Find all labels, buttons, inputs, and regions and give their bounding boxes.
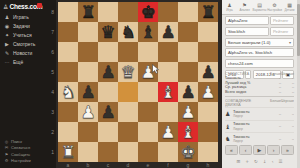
file-label-e: e [138, 162, 158, 168]
square-b7[interactable] [78, 22, 98, 42]
jump-to-end-button[interactable]: » [281, 145, 294, 155]
square-h1[interactable] [198, 142, 218, 162]
stat-white-value: – [268, 90, 281, 94]
square-c5[interactable]: ♟ [98, 62, 118, 82]
square-a2[interactable] [58, 122, 78, 142]
panel-scrollbar[interactable] [297, 0, 300, 168]
engine-row-sub: Лидер [233, 139, 268, 143]
piece-white-pawn-b3[interactable]: ♟ [80, 102, 95, 122]
file-label-a: a [58, 162, 78, 168]
logo-pawn-icon: ♙ [3, 3, 8, 10]
piece-white-queen-d5[interactable]: ♛ [120, 62, 135, 82]
stats-row-Всего ходов: Всего ходов–– [225, 90, 294, 95]
Сообщить-icon: ⚑ [4, 152, 9, 157]
square-c8[interactable] [98, 2, 118, 22]
square-h5[interactable]: ♟ [198, 62, 218, 82]
square-d8[interactable] [118, 2, 138, 22]
sidebar-item-label: Учиться [13, 32, 32, 38]
rank-label-4: 4 [40, 82, 56, 102]
square-c1[interactable] [98, 142, 118, 162]
stats-row-Ср. разница: Ср. разница–– [225, 85, 294, 90]
stats-row-Точность: Точность–– [225, 76, 294, 81]
piece-black-pawn-c3[interactable]: ♟ [100, 102, 115, 122]
rank-label-5: 5 [40, 62, 56, 82]
stat-black-value: – [281, 81, 294, 85]
square-h6[interactable] [198, 42, 218, 62]
square-g1[interactable]: ♚ [178, 142, 198, 162]
piece-black-pawn-b4[interactable]: ♟ [80, 82, 95, 102]
square-h3[interactable] [198, 102, 218, 122]
site-input[interactable]: chess24.com [225, 59, 294, 68]
piece-black-pawn-f7[interactable]: ♟ [160, 22, 175, 42]
square-e4[interactable] [138, 82, 158, 102]
square-d7[interactable]: ♞ [118, 22, 138, 42]
sidebar-footer-label: Настройки [11, 158, 31, 163]
stat-label: Ср. разница [225, 85, 268, 89]
square-a5[interactable] [58, 62, 78, 82]
black-rating-input[interactable]: Рейтинг [270, 27, 294, 36]
sidebar-item-label: Новости [13, 50, 32, 56]
square-b8[interactable]: ♜ [78, 2, 98, 22]
engine-black-value: – [281, 137, 294, 141]
square-g2[interactable]: ♝ [178, 122, 198, 142]
sidebar-item-label: Ещё [13, 59, 23, 65]
square-g3[interactable]: ♟ [178, 102, 198, 122]
square-c4[interactable] [98, 82, 118, 102]
tab-label: Игра [226, 8, 233, 12]
square-e7[interactable]: ♝ [138, 22, 158, 42]
square-c6[interactable] [98, 42, 118, 62]
chevron-down-icon: ▾ [289, 40, 291, 45]
mouse-cursor [152, 60, 159, 78]
rank-label-2: 2 [40, 122, 56, 142]
stat-white-value: – [268, 85, 281, 89]
tab-Игра[interactable]: ♟Игра [222, 0, 237, 14]
Учиться-icon: ✦ [4, 32, 10, 38]
square-c7[interactable]: ♛ [98, 22, 118, 42]
file-label-g: g [178, 162, 198, 168]
piece-black-bishop-e7[interactable]: ♝ [140, 22, 155, 42]
file-label-h: h [198, 162, 218, 168]
engine-row-sub: Лидер [233, 114, 268, 118]
stat-white-value: – [268, 81, 281, 85]
piece-white-pawn-h4[interactable]: ♟ [200, 82, 215, 102]
event-input[interactable]: AlphaZero vs. Stockfish [225, 48, 294, 57]
square-f8[interactable] [158, 2, 178, 22]
stat-label: Лучший ход % [225, 81, 268, 85]
rank-label-8: 8 [40, 2, 56, 22]
square-e3[interactable] [138, 102, 158, 122]
square-b6[interactable] [78, 42, 98, 62]
white-rating-input[interactable]: Рейтинг [270, 16, 294, 25]
square-h7[interactable] [198, 22, 218, 42]
square-f3[interactable] [158, 102, 178, 122]
stat-black-value: – [281, 76, 294, 80]
square-h4[interactable]: ♟ [198, 82, 218, 102]
piece-black-pawn-h5[interactable]: ♟ [200, 62, 215, 82]
engines-col-white: Белые [268, 99, 281, 103]
share-icon[interactable]: ‹ [272, 159, 274, 164]
rank-label-3: 3 [40, 102, 56, 122]
sidebar-footer-label: Поиск [11, 139, 22, 144]
result-dropdown[interactable]: Белые выиграли (1-0) ▾ [225, 38, 294, 47]
square-a7[interactable] [58, 22, 78, 42]
square-d5[interactable]: ♛ [118, 62, 138, 82]
engine-white-value: – [268, 124, 281, 128]
square-d3[interactable] [118, 102, 138, 122]
scrollbar-thumb[interactable] [297, 4, 300, 56]
engine-row-1[interactable]: ♝ТочностьЛидер–– [225, 120, 294, 133]
piece-black-king-e8[interactable]: ♚ [140, 2, 155, 22]
square-f2[interactable]: ♟ [158, 122, 178, 142]
piece-white-bishop-f4[interactable]: ♝ [160, 82, 175, 102]
square-b4[interactable]: ♟ [78, 82, 98, 102]
square-a8[interactable] [58, 2, 78, 22]
square-b2[interactable] [78, 122, 98, 142]
reset-icon[interactable]: ↻ [254, 159, 258, 164]
square-d6[interactable] [118, 42, 138, 62]
square-f1[interactable] [158, 142, 178, 162]
square-a3[interactable] [58, 102, 78, 122]
stat-label: Всего ходов [225, 90, 268, 94]
stats-row-Лучший ход %: Лучший ход %–– [225, 81, 294, 86]
stat-black-value: – [281, 85, 294, 89]
piece-white-pawn-f2[interactable]: ♟ [160, 122, 175, 142]
piece-black-knight-d7[interactable]: ♞ [120, 22, 135, 42]
sidebar-item-label: Задачи [13, 23, 30, 29]
engine-white-value: – [268, 137, 281, 141]
step-back-button[interactable]: ‹ [239, 145, 252, 155]
rank-label-6: 6 [40, 42, 56, 62]
piece-white-pawn-g3[interactable]: ♟ [180, 102, 195, 122]
piece-black-queen-c7[interactable]: ♛ [100, 22, 115, 42]
tab-label: Анализ [239, 8, 249, 12]
engine-row-0[interactable]: ♟ТочностьЛидер–– [225, 107, 294, 120]
black-player-input[interactable]: Stockfish [225, 27, 269, 36]
Смотреть-icon: ▶ [4, 41, 10, 47]
Поиск-icon: ◎ [4, 139, 9, 144]
tab-Анализ[interactable]: ⚑Анализ [237, 0, 252, 14]
Новости-icon: ✎ [4, 50, 10, 56]
flip-board-icon[interactable]: ⊞ [237, 159, 241, 164]
Задачи-icon: ◉ [4, 23, 10, 29]
square-g7[interactable] [178, 22, 198, 42]
chesscom-analysis-window: ♙ Chess.com ♟Играть◉Задачи✦Учиться▶Смотр… [0, 0, 300, 168]
square-b3[interactable]: ♟ [78, 102, 98, 122]
Играть-icon: ♟ [4, 14, 10, 20]
engine-black-value: – [281, 112, 294, 116]
square-a4[interactable]: ♞ [58, 82, 78, 102]
tab-label: Варианты [253, 8, 267, 12]
white-player-input[interactable]: AlphaZero [225, 16, 269, 25]
rank-label-1: 1 [40, 142, 56, 162]
result-value: Белые выиграли (1-0) [228, 40, 270, 45]
tab-label: Детали [284, 8, 294, 12]
engine-match-section: СОВПАДЕНИЕ ДВИЖКА Белые Чёрные ♟Точность… [225, 99, 294, 143]
tab-Настройки[interactable]: ⚙Настройки [267, 0, 282, 14]
menu-icon[interactable]: ☰ [278, 159, 282, 164]
piece-black-rook-h8[interactable]: ♜ [200, 2, 215, 22]
piece-icon: ♟ [225, 110, 233, 117]
square-g8[interactable] [178, 2, 198, 22]
piece-black-pawn-c5[interactable]: ♟ [100, 62, 115, 82]
add-icon[interactable]: + [245, 159, 249, 164]
Настройки-icon: ⚙ [4, 158, 9, 163]
square-a1[interactable]: ♜ [58, 142, 78, 162]
step-forward-button[interactable]: › [267, 145, 280, 155]
engine-black-value: – [281, 124, 294, 128]
engine-row-2[interactable]: ♞ТочностьЛидер–– [225, 132, 294, 143]
file-label-b: b [78, 162, 98, 168]
Связаться-icon: ✉ [4, 145, 9, 150]
square-g5[interactable] [178, 62, 198, 82]
tab-Детали[interactable]: ▦Детали [282, 0, 297, 14]
piece-white-knight-a4[interactable]: ♞ [60, 82, 75, 102]
square-b1[interactable] [78, 142, 98, 162]
square-f5[interactable] [158, 62, 178, 82]
piece-white-king-g1[interactable]: ♚ [180, 142, 195, 162]
piece-black-pawn-g4[interactable]: ♟ [180, 82, 195, 102]
panel-toolbar: ⊞+↻↓‹☰ [225, 157, 294, 165]
square-a6[interactable] [58, 42, 78, 62]
stat-label: Точность [225, 76, 268, 80]
square-c3[interactable]: ♟ [98, 102, 118, 122]
square-f7[interactable]: ♟ [158, 22, 178, 42]
play-button[interactable]: ▶ [253, 145, 266, 155]
tab-Варианты[interactable]: ▤Варианты [252, 0, 267, 14]
piece-white-rook-a1[interactable]: ♜ [60, 142, 75, 162]
square-c2[interactable] [98, 122, 118, 142]
file-label-c: c [98, 162, 118, 168]
sidebar-item-label: Играть [13, 14, 29, 20]
jump-to-start-button[interactable]: « [225, 145, 238, 155]
stat-white-value: – [268, 76, 281, 80]
file-label-d: d [118, 162, 138, 168]
engines-title: СОВПАДЕНИЕ ДВИЖКА [225, 99, 268, 107]
section-divider [225, 96, 294, 97]
piece-white-bishop-g2[interactable]: ♝ [180, 122, 195, 142]
engines-col-black: Чёрные [281, 99, 294, 103]
Ещё-icon: ⋯ [4, 59, 10, 65]
square-b5[interactable] [78, 62, 98, 82]
square-g6[interactable] [178, 42, 198, 62]
square-d4[interactable] [118, 82, 138, 102]
analysis-panel: ♟Игра⚑Анализ▤Варианты⚙Настройки▦Детали A… [222, 0, 300, 168]
chess-board: ♜♚♜♛♞♝♟♟♛♟♟♞♟♝♟♟♟♟♟♟♝♜♚ [58, 2, 218, 162]
piece-icon: ♝ [225, 123, 233, 130]
sidebar-item-label: Смотреть [13, 41, 35, 47]
square-e1[interactable] [138, 142, 158, 162]
piece-icon: ♞ [225, 135, 233, 142]
download-icon[interactable]: ↓ [263, 159, 267, 164]
file-label-f: f [158, 162, 178, 168]
sidebar-footer-label: Сообщить [11, 152, 30, 157]
square-h8[interactable]: ♜ [198, 2, 218, 22]
panel-tabs: ♟Игра⚑Анализ▤Варианты⚙Настройки▦Детали [222, 0, 297, 15]
square-g4[interactable]: ♟ [178, 82, 198, 102]
engine-white-value: – [268, 112, 281, 116]
square-e8[interactable]: ♚ [138, 2, 158, 22]
tab-label: Настройки [267, 8, 282, 12]
square-d2[interactable] [118, 122, 138, 142]
stat-black-value: – [281, 90, 294, 94]
move-navigation-bar: «‹▶›» [225, 145, 294, 155]
square-f4[interactable]: ♝ [158, 82, 178, 102]
engine-row-sub: Лидер [233, 127, 268, 131]
stats-section: СТАТИСТИКА Белые Чёрные Точность––Лучший… [225, 72, 294, 94]
piece-black-rook-b8[interactable]: ♜ [80, 2, 95, 22]
sidebar-footer-label: Связаться [11, 145, 30, 150]
square-e6[interactable] [138, 42, 158, 62]
square-h2[interactable] [198, 122, 218, 142]
square-f6[interactable] [158, 42, 178, 62]
square-d1[interactable] [118, 142, 138, 162]
square-e2[interactable] [138, 122, 158, 142]
rank-label-7: 7 [40, 22, 56, 42]
